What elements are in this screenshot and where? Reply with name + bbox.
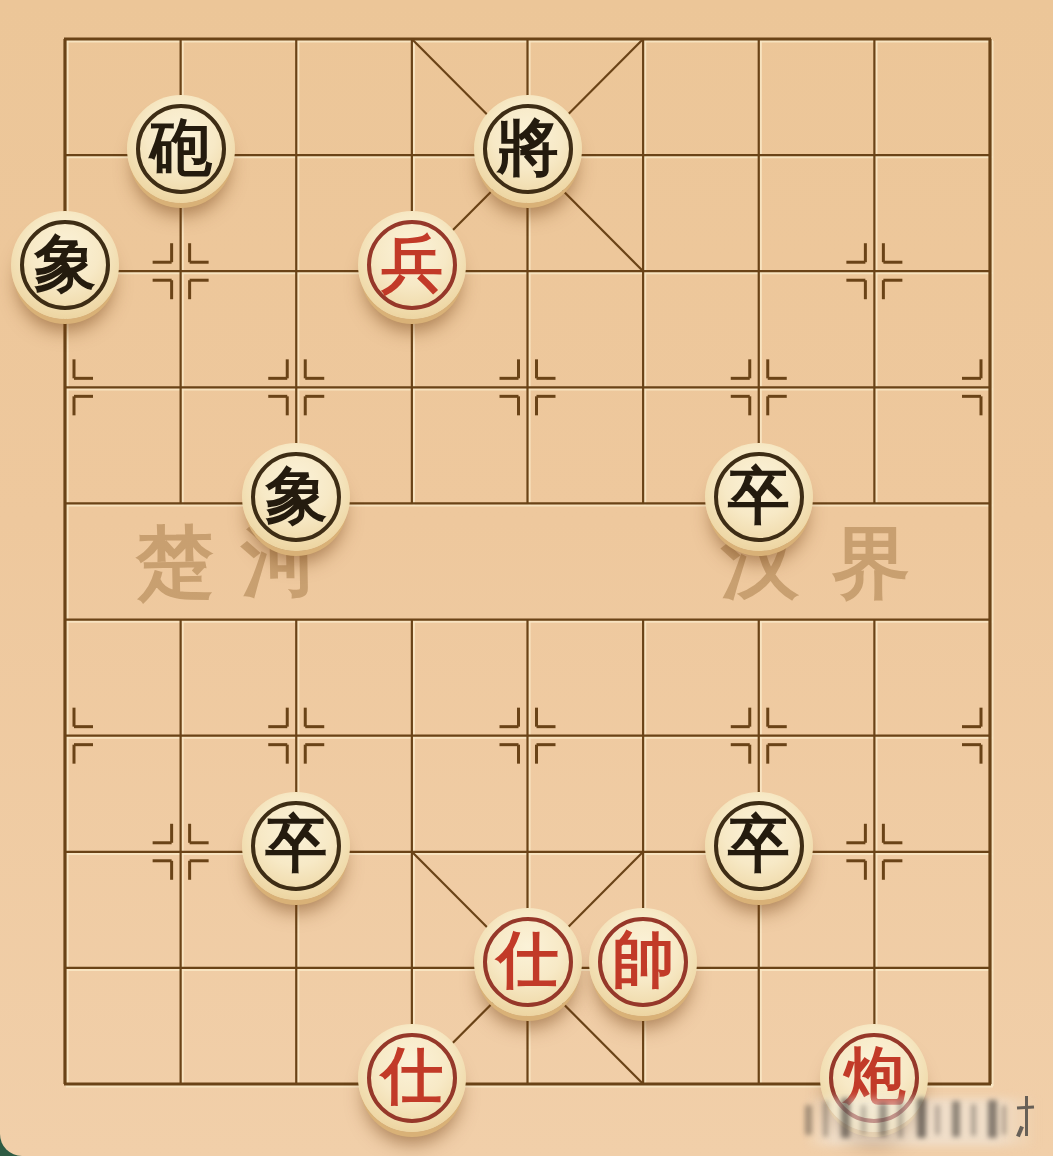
piece-glyph: 卒 — [705, 443, 813, 551]
piece-glyph: 兵 — [358, 211, 466, 319]
piece-black-elephant-c6[interactable]: 象 — [242, 443, 350, 551]
piece-black-soldier-g6[interactable]: 卒 — [705, 443, 813, 551]
piece-red-soldier-d8[interactable]: 兵 — [358, 211, 466, 319]
piece-black-general-e9[interactable]: 將 — [474, 95, 582, 203]
piece-glyph: 卒 — [242, 792, 350, 900]
piece-black-soldier-c3[interactable]: 卒 — [242, 792, 350, 900]
piece-black-soldier-g3[interactable]: 卒 — [705, 792, 813, 900]
piece-glyph: 砲 — [127, 95, 235, 203]
piece-glyph: 炮 — [820, 1024, 928, 1132]
piece-red-advisor-e2[interactable]: 仕 — [474, 908, 582, 1016]
piece-red-advisor-d1[interactable]: 仕 — [358, 1024, 466, 1132]
piece-glyph: 象 — [242, 443, 350, 551]
piece-black-cannon-b9[interactable]: 砲 — [127, 95, 235, 203]
piece-red-cannon-h1[interactable]: 炮 — [820, 1024, 928, 1132]
piece-glyph: 仕 — [474, 908, 582, 1016]
piece-glyph: 帥 — [589, 908, 697, 1016]
piece-black-elephant-a8[interactable]: 象 — [11, 211, 119, 319]
piece-red-general-f2[interactable]: 帥 — [589, 908, 697, 1016]
piece-glyph: 將 — [474, 95, 582, 203]
piece-glyph: 仕 — [358, 1024, 466, 1132]
pieces-layer: 砲將象兵象卒卒卒仕帥仕炮 — [0, 0, 1053, 1156]
piece-glyph: 象 — [11, 211, 119, 319]
xiangqi-screen: 楚河 汉界 砲將象兵象卒卒卒仕帥仕炮 — [0, 0, 1053, 1156]
piece-glyph: 卒 — [705, 792, 813, 900]
board-panel: 楚河 汉界 砲將象兵象卒卒卒仕帥仕炮 — [0, 0, 1053, 1156]
